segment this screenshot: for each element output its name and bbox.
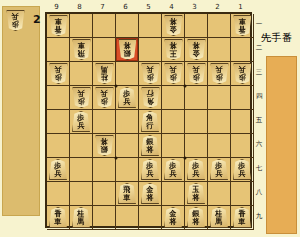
board-square-7-8[interactable]: [93, 182, 116, 206]
board-square-2-8[interactable]: [208, 182, 231, 206]
shogi-piece-香車-sente: 香車: [233, 207, 252, 228]
hand-piece-entry: 歩兵2: [5, 9, 39, 33]
board-square-6-6[interactable]: [116, 134, 139, 158]
hoshi-dot: [184, 157, 187, 160]
file-label-8: 8: [68, 3, 91, 11]
hand-piece-count: 2: [33, 13, 41, 26]
board-square-6-3[interactable]: [116, 62, 139, 86]
board-square-6-9[interactable]: [116, 206, 139, 230]
shogi-piece-歩兵-sente: 歩兵: [187, 159, 206, 180]
board-square-1-5[interactable]: [231, 110, 254, 134]
board-square-7-9[interactable]: [93, 206, 116, 230]
rank-label-6: 六: [254, 140, 264, 149]
file-label-9: 9: [45, 3, 68, 11]
board-square-1-8[interactable]: [231, 182, 254, 206]
turn-indicator: 先手番: [261, 31, 300, 45]
file-label-7: 7: [91, 3, 114, 11]
board-square-1-4[interactable]: [231, 86, 254, 110]
board-square-7-7[interactable]: [93, 158, 116, 182]
board-square-3-5[interactable]: [185, 110, 208, 134]
board-square-5-1[interactable]: [139, 14, 162, 38]
board-square-8-6[interactable]: [70, 134, 93, 158]
board-square-6-5[interactable]: [116, 110, 139, 134]
file-label-5: 5: [137, 3, 160, 11]
board-square-3-4[interactable]: [185, 86, 208, 110]
shogi-piece-歩兵-sente: 歩兵: [118, 87, 137, 108]
board-square-5-9[interactable]: [139, 206, 162, 230]
file-label-1: 1: [229, 3, 252, 11]
shogi-piece-角行-sente: 角行: [141, 111, 160, 132]
board-square-2-1[interactable]: [208, 14, 231, 38]
board-square-4-5[interactable]: [162, 110, 185, 134]
file-label-3: 3: [183, 3, 206, 11]
shogi-board[interactable]: 香車金将香車飛車銀将王将金将歩兵桂馬歩兵歩兵歩兵歩兵歩兵歩兵歩兵歩兵角行歩兵角行…: [45, 12, 252, 228]
shogi-piece-歩兵-sente: 歩兵: [141, 159, 160, 180]
hoshi-dot: [184, 85, 187, 88]
rank-label-4: 四: [254, 92, 264, 101]
shogi-piece-桂馬-sente: 桂馬: [210, 207, 229, 228]
board-square-4-4[interactable]: [162, 86, 185, 110]
board-square-4-6[interactable]: [162, 134, 185, 158]
shogi-piece-銀将-sente: 銀将: [141, 135, 160, 156]
shogi-piece-玉将-sente: 玉将: [187, 183, 206, 204]
board-square-8-1[interactable]: [70, 14, 93, 38]
shogi-piece-歩兵-sente: 歩兵: [233, 159, 252, 180]
shogi-piece-歩兵-gote: 歩兵: [6, 10, 25, 31]
board-square-2-5[interactable]: [208, 110, 231, 134]
board-square-8-7[interactable]: [70, 158, 93, 182]
board-square-9-4[interactable]: [47, 86, 70, 110]
board-square-7-1[interactable]: [93, 14, 116, 38]
board-square-9-2[interactable]: [47, 38, 70, 62]
board-square-1-2[interactable]: [231, 38, 254, 62]
shogi-piece-歩兵-sente: 歩兵: [210, 159, 229, 180]
board-square-8-8[interactable]: [70, 182, 93, 206]
board-square-8-3[interactable]: [70, 62, 93, 86]
sente-piece-stand: [266, 56, 297, 234]
shogi-piece-飛車-sente: 飛車: [118, 183, 137, 204]
board-square-7-2[interactable]: [93, 38, 116, 62]
shogi-piece-香車-sente: 香車: [49, 207, 68, 228]
board-square-6-7[interactable]: [116, 158, 139, 182]
shogi-piece-金将-sente: 金将: [164, 207, 183, 228]
board-square-7-5[interactable]: [93, 110, 116, 134]
rank-label-3: 三: [254, 68, 264, 77]
board-square-3-1[interactable]: [185, 14, 208, 38]
board-square-2-2[interactable]: [208, 38, 231, 62]
board-square-9-8[interactable]: [47, 182, 70, 206]
rank-label-2: 二: [254, 44, 264, 53]
board-square-2-6[interactable]: [208, 134, 231, 158]
rank-label-9: 九: [254, 212, 264, 221]
board-square-9-6[interactable]: [47, 134, 70, 158]
shogi-piece-桂馬-sente: 桂馬: [72, 207, 91, 228]
board-square-9-5[interactable]: [47, 110, 70, 134]
board-square-3-6[interactable]: [185, 134, 208, 158]
board-square-2-4[interactable]: [208, 86, 231, 110]
board-square-6-1[interactable]: [116, 14, 139, 38]
board-square-5-2[interactable]: [139, 38, 162, 62]
shogi-piece-銀将-sente: 銀将: [187, 207, 206, 228]
shogi-piece-歩兵-sente: 歩兵: [72, 111, 91, 132]
file-label-4: 4: [160, 3, 183, 11]
rank-label-5: 五: [254, 116, 264, 125]
board-square-1-6[interactable]: [231, 134, 254, 158]
rank-label-7: 七: [254, 164, 264, 173]
file-label-2: 2: [206, 3, 229, 11]
rank-label-1: 一: [254, 20, 264, 29]
board-square-4-8[interactable]: [162, 182, 185, 206]
hoshi-dot: [115, 85, 118, 88]
gote-piece-stand: 歩兵2: [2, 6, 40, 216]
shogi-piece-金将-sente: 金将: [141, 183, 160, 204]
rank-label-8: 八: [254, 188, 264, 197]
file-label-6: 6: [114, 3, 137, 11]
shogi-piece-歩兵-sente: 歩兵: [49, 159, 68, 180]
shogi-piece-歩兵-sente: 歩兵: [164, 159, 183, 180]
hoshi-dot: [115, 157, 118, 160]
